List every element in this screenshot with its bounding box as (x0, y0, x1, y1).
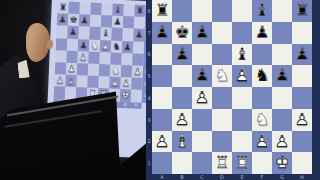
square-f3: ♞♘ (110, 64, 122, 77)
video-frame: ♜♖♝♗♜♖♟♙♚♔♟♙♟♙♟♙♝♗♟♙♟♙♞♘♟♙♞♘♟♙♟♙♟♙♞♘♟♙♟♙… (0, 0, 320, 180)
square-e3 (232, 109, 252, 131)
square-e5: ♟♙ (232, 65, 252, 87)
square-c8 (79, 2, 91, 15)
square-b8 (172, 0, 192, 22)
file-label-b: B (172, 174, 192, 180)
square-a3 (152, 109, 172, 131)
square-h6: ♟♙ (292, 44, 312, 66)
file-label-e: E (232, 174, 252, 180)
square-e4 (99, 52, 111, 65)
piece-white-rook-e1: ♜♖ (232, 152, 252, 174)
square-h6: ♟♙ (133, 29, 145, 42)
square-f6 (252, 44, 272, 66)
piece-black-pawn-f7: ♟♙ (112, 16, 124, 29)
piece-white-knight-f3: ♞♘ (110, 64, 122, 77)
file-label-a: A (152, 174, 172, 180)
square-d3 (88, 64, 100, 77)
square-a4 (152, 87, 172, 109)
square-e7 (101, 15, 113, 28)
lecturer-head (10, 10, 54, 66)
square-c4: ♟♙ (192, 87, 212, 109)
square-e8 (232, 0, 252, 22)
square-d2 (212, 131, 232, 153)
square-e6: ♝♗ (100, 27, 112, 40)
piece-white-pawn-e5: ♟♙ (100, 40, 112, 53)
square-d5: ♞♘ (89, 39, 101, 52)
square-d7 (90, 15, 102, 28)
square-a7: ♟♙ (152, 22, 172, 44)
square-b7: ♚♔ (172, 22, 192, 44)
square-g8 (272, 0, 292, 22)
piece-white-pawn-f2: ♟♙ (252, 131, 272, 153)
square-h7 (134, 17, 146, 30)
square-f7: ♟♙ (252, 22, 272, 44)
square-e7 (232, 22, 252, 44)
square-g4 (272, 87, 292, 109)
piece-white-knight-d5: ♞♘ (212, 65, 232, 87)
piece-black-pawn-h6: ♟♙ (292, 44, 312, 66)
piece-black-bishop-e6: ♝♗ (232, 44, 252, 66)
square-h8: ♜♖ (292, 0, 312, 22)
square-e6: ♝♗ (232, 44, 252, 66)
square-f5: ♞♘ (111, 40, 123, 53)
square-d5: ♞♘ (212, 65, 232, 87)
square-h4 (292, 87, 312, 109)
piece-white-rook-d1: ♜♖ (212, 152, 232, 174)
piece-black-knight-f5: ♞♘ (111, 40, 123, 53)
square-d3 (212, 109, 232, 131)
piece-white-pawn-a2: ♟♙ (152, 131, 172, 153)
file-label-h: H (292, 174, 312, 180)
square-h3: ♟♙ (132, 65, 144, 78)
piece-black-pawn-b6: ♟♙ (172, 44, 192, 66)
file-label-f: F (252, 174, 272, 180)
piece-black-rook-h8: ♜♖ (134, 4, 146, 17)
piece-white-pawn-h3: ♟♙ (132, 65, 144, 78)
square-f4 (252, 87, 272, 109)
piece-black-pawn-g5: ♟♙ (122, 41, 134, 54)
file-label-c: C (192, 174, 212, 180)
square-e2 (98, 76, 110, 89)
lecturer-hair (12, 12, 45, 56)
piece-white-knight-f3: ♞♘ (252, 109, 272, 131)
square-c3 (192, 109, 212, 131)
square-b5 (172, 65, 192, 87)
square-d4 (212, 87, 232, 109)
file-label-d: D (212, 174, 232, 180)
square-e1: ♜♖ (232, 152, 252, 174)
square-h7 (292, 22, 312, 44)
piece-white-pawn-f2: ♟♙ (109, 77, 121, 90)
square-b2: ♝♗ (172, 131, 192, 153)
square-g5: ♟♙ (122, 41, 134, 54)
square-a5 (152, 65, 172, 87)
square-d8 (212, 0, 232, 22)
piece-black-knight-f5: ♞♘ (252, 65, 272, 87)
square-f1 (252, 152, 272, 174)
square-f4 (110, 52, 122, 65)
square-f2: ♟♙ (252, 131, 272, 153)
square-e5: ♟♙ (100, 40, 112, 53)
square-f2: ♟♙ (109, 77, 121, 90)
square-g3 (272, 109, 292, 131)
piece-white-knight-d5: ♞♘ (89, 39, 101, 52)
file-labels: ABCDEFGH (152, 174, 312, 180)
square-f3: ♞♘ (252, 109, 272, 131)
piece-black-king-b7: ♚♔ (172, 22, 192, 44)
square-a2: ♟♙ (152, 131, 172, 153)
square-g1: ♚♔ (272, 152, 292, 174)
piece-black-pawn-a7: ♟♙ (152, 22, 172, 44)
piece-black-pawn-f7: ♟♙ (252, 22, 272, 44)
piece-black-pawn-c7: ♟♙ (79, 14, 91, 27)
piece-black-bishop-f8: ♝♗ (252, 0, 272, 22)
piece-black-pawn-c5: ♟♙ (192, 65, 212, 87)
square-g6 (122, 28, 134, 41)
square-d2 (87, 76, 99, 89)
square-g7 (272, 22, 292, 44)
piece-black-rook-a8: ♜♖ (152, 0, 172, 22)
lecture-scene: ♜♖♝♗♜♖♟♙♚♔♟♙♟♙♟♙♝♗♟♙♟♙♞♘♟♙♞♘♟♙♟♙♟♙♞♘♟♙♟♙… (0, 0, 152, 180)
square-f7: ♟♙ (112, 16, 124, 29)
piece-white-pawn-e5: ♟♙ (232, 65, 252, 87)
square-d6 (89, 27, 101, 40)
square-c7: ♟♙ (192, 22, 212, 44)
square-c5: ♟♙ (192, 65, 212, 87)
square-c2 (192, 131, 212, 153)
piece-white-king-g1: ♚♔ (272, 152, 292, 174)
square-g2: ♟♙ (272, 131, 292, 153)
square-a6 (152, 44, 172, 66)
square-c7: ♟♙ (79, 14, 91, 27)
square-g6 (272, 44, 292, 66)
square-b4 (172, 87, 192, 109)
piece-black-pawn-g5: ♟♙ (272, 65, 292, 87)
square-c6 (78, 27, 90, 40)
square-g4 (121, 53, 133, 66)
square-h1 (292, 152, 312, 174)
piece-black-pawn-h6: ♟♙ (133, 29, 145, 42)
piece-white-king-g1: ♚♔ (120, 89, 132, 102)
piece-black-bishop-f8: ♝♗ (112, 4, 124, 17)
square-c6 (192, 44, 212, 66)
square-g7 (123, 16, 135, 29)
square-b1 (172, 152, 192, 174)
piece-white-pawn-g2: ♟♙ (272, 131, 292, 153)
square-f8: ♝♗ (252, 0, 272, 22)
square-h5 (133, 41, 145, 54)
square-e2 (232, 131, 252, 153)
square-c1 (192, 152, 212, 174)
square-c8 (192, 0, 212, 22)
square-h5 (292, 65, 312, 87)
square-b3: ♟♙ (172, 109, 192, 131)
piece-white-pawn-c4: ♟♙ (192, 87, 212, 109)
piece-white-pawn-b3: ♟♙ (172, 109, 192, 131)
square-e8 (101, 3, 113, 16)
square-d8 (90, 3, 102, 16)
square-g2: ♟♙ (120, 77, 132, 90)
square-b6: ♟♙ (172, 44, 192, 66)
square-d4 (88, 51, 100, 64)
square-h1 (131, 90, 143, 103)
square-a1 (152, 152, 172, 174)
square-f8: ♝♗ (112, 4, 124, 17)
piece-white-pawn-h3: ♟♙ (292, 109, 312, 131)
chess-board: ♜♖♝♗♜♖♟♙♚♔♟♙♟♙♟♙♝♗♟♙♟♙♞♘♟♙♞♘♟♙♟♙♟♙♞♘♟♙♟♙… (152, 0, 312, 174)
piece-white-bishop-b2: ♝♗ (172, 131, 192, 153)
piece-black-bishop-e6: ♝♗ (100, 27, 112, 40)
square-d7 (212, 22, 232, 44)
piece-black-rook-h8: ♜♖ (292, 0, 312, 22)
square-h3: ♟♙ (292, 109, 312, 131)
square-h4 (132, 53, 144, 66)
file-label-g: G (272, 174, 292, 180)
piece-white-pawn-g2: ♟♙ (120, 77, 132, 90)
square-g8 (123, 4, 135, 17)
piece-black-pawn-c7: ♟♙ (192, 22, 212, 44)
square-h8: ♜♖ (134, 4, 146, 17)
square-d6 (212, 44, 232, 66)
square-d1: ♜♖ (212, 152, 232, 174)
square-f5: ♞♘ (252, 65, 272, 87)
chess-board-panel: 87654321 ♜♖♝♗♜♖♟♙♚♔♟♙♟♙♟♙♝♗♟♙♟♙♞♘♟♙♞♘♟♙♟… (146, 0, 320, 180)
square-e3 (99, 64, 111, 77)
square-f6 (111, 28, 123, 41)
square-g5: ♟♙ (272, 65, 292, 87)
square-g1: ♚♔ (120, 89, 132, 102)
square-h2 (292, 131, 312, 153)
square-h2 (131, 78, 143, 91)
square-g3 (121, 65, 133, 78)
square-e4 (232, 87, 252, 109)
square-a8: ♜♖ (152, 0, 172, 22)
lecturer-nose (46, 40, 53, 50)
